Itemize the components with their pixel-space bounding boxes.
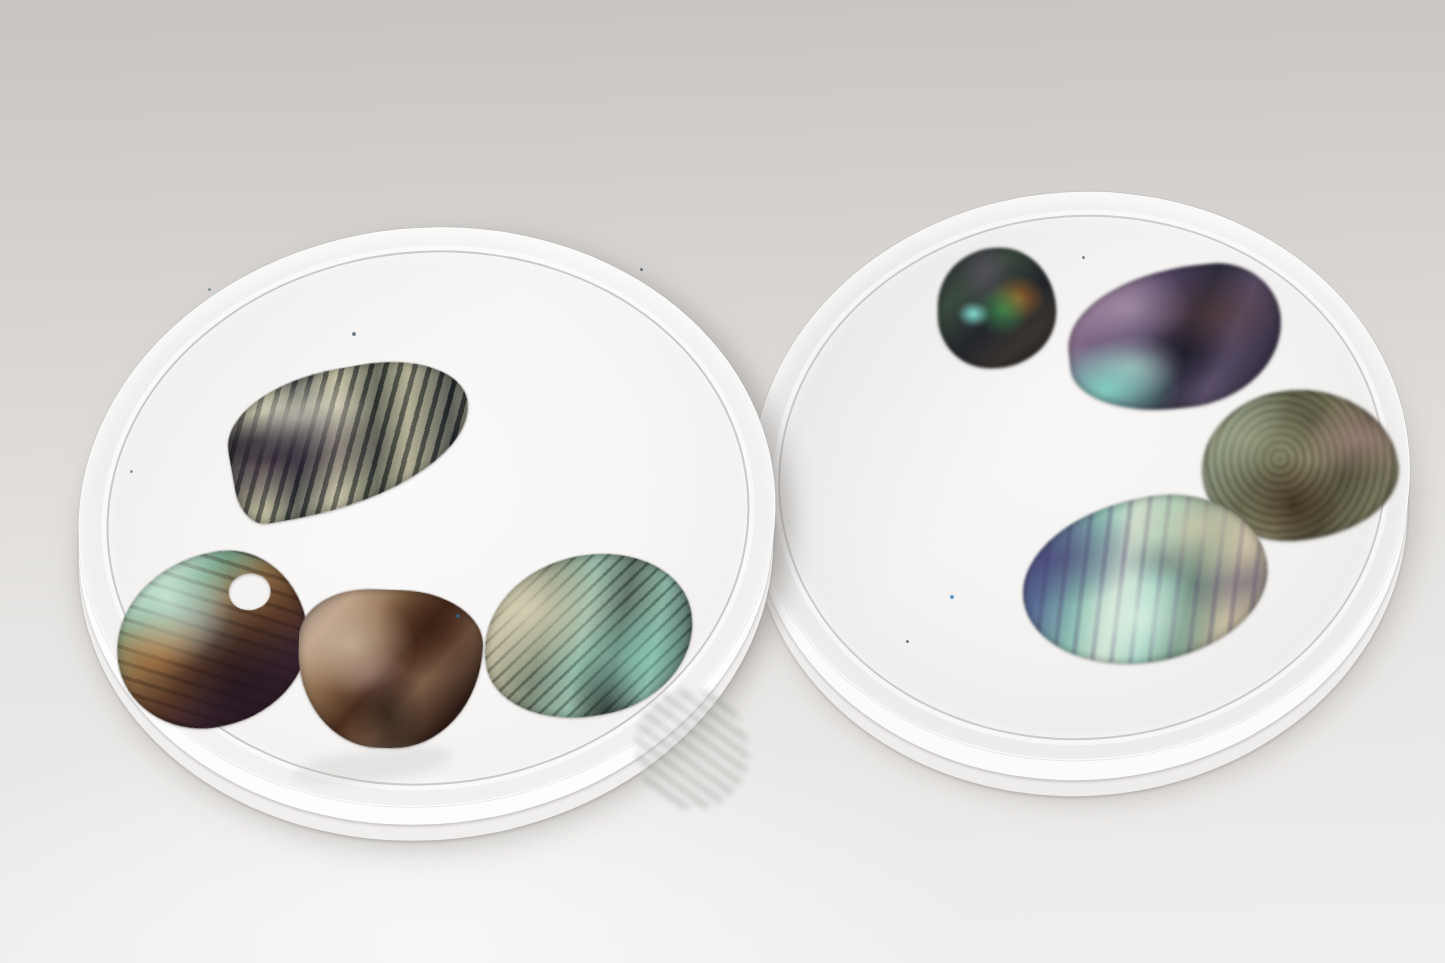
shell-dark-sparkle [938, 248, 1056, 368]
speck [1082, 256, 1085, 259]
speck [620, 572, 623, 575]
photograph-abalone-coasters [0, 0, 1445, 963]
speck [950, 595, 954, 599]
speck [456, 614, 460, 618]
speck [130, 470, 133, 473]
speck [208, 288, 211, 291]
speck [640, 268, 643, 271]
shell-with-hole-hole [226, 571, 273, 613]
speck [352, 332, 356, 336]
scene-root [0, 0, 1445, 963]
speck [906, 640, 909, 643]
